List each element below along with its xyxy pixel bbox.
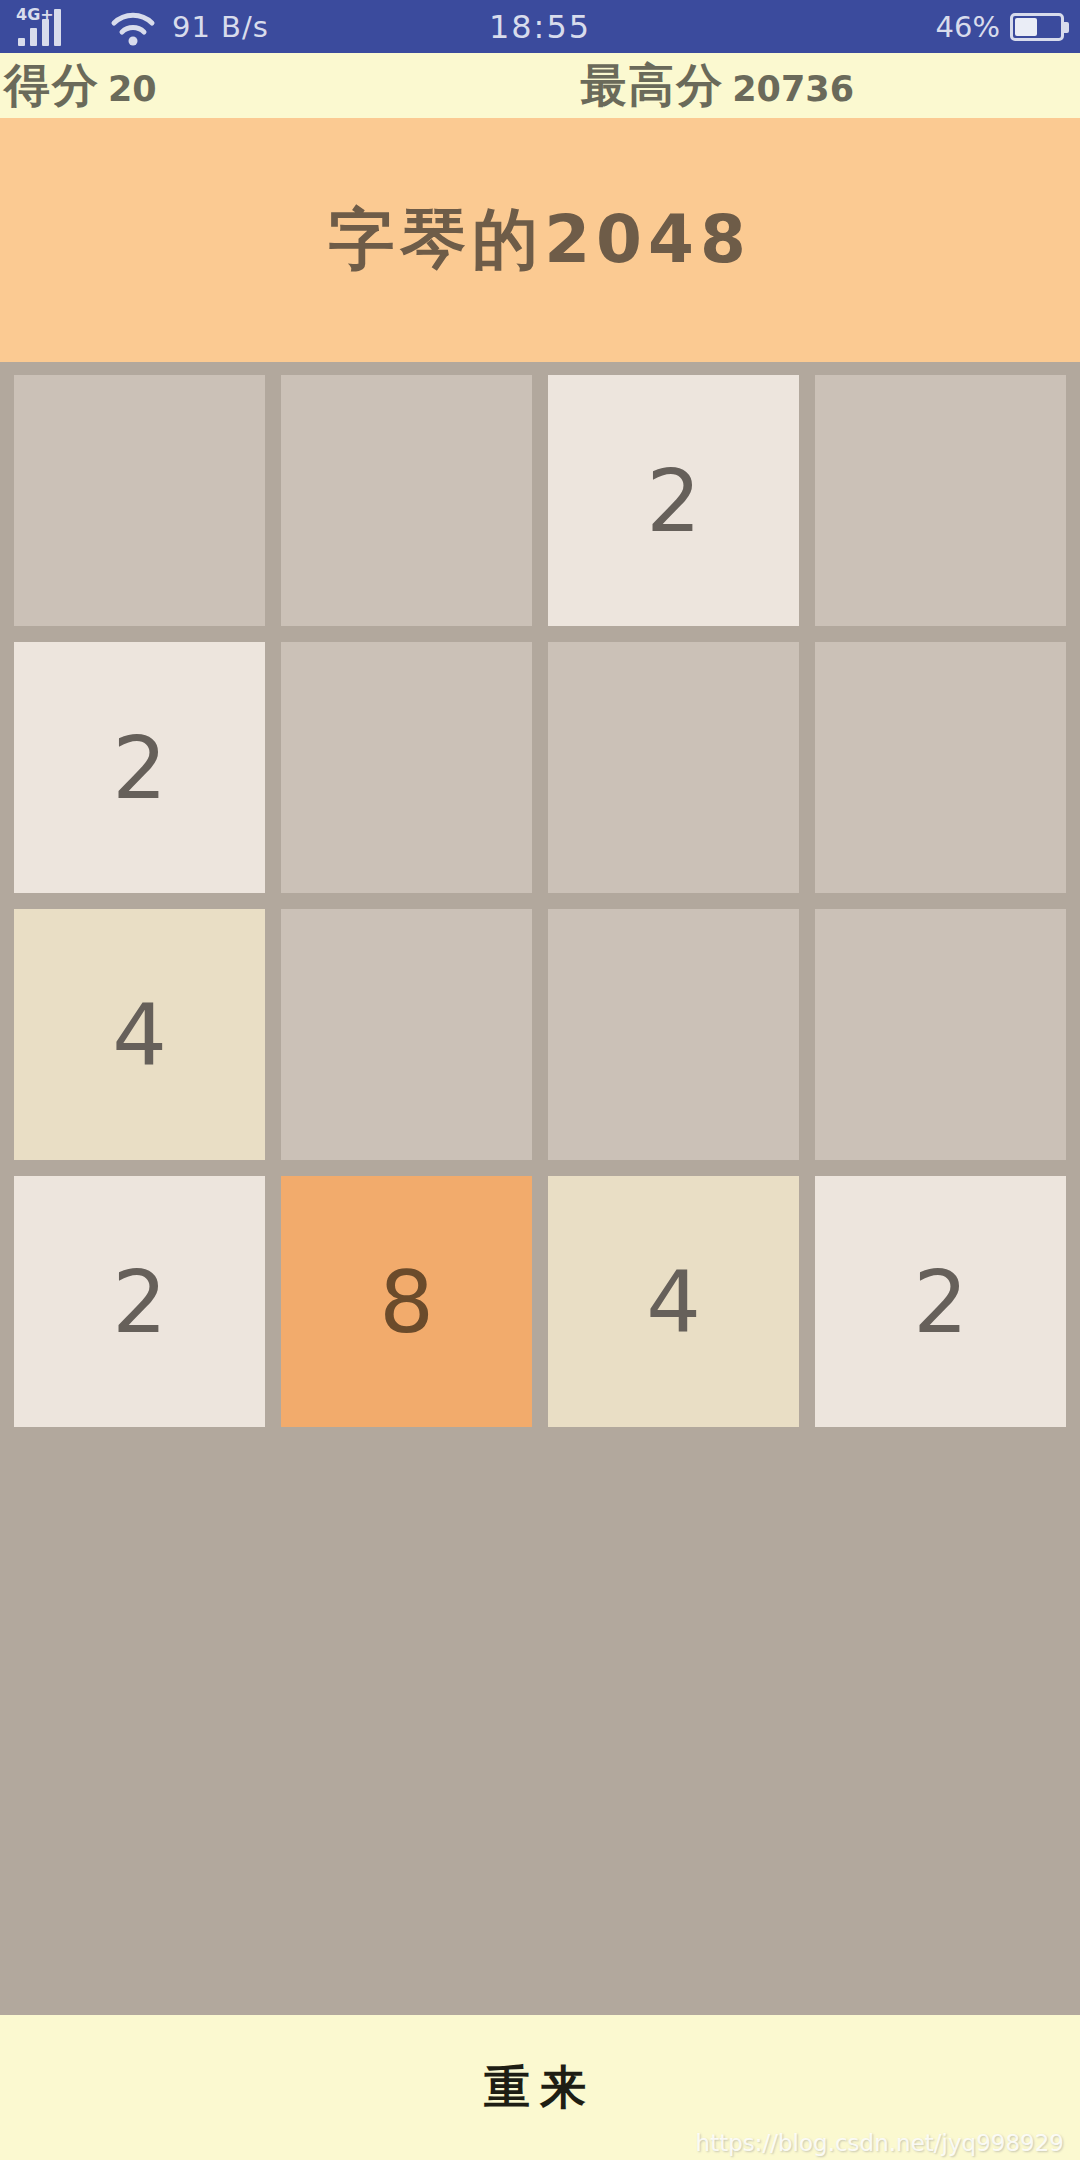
restart-button[interactable]: 重来 bbox=[484, 2057, 596, 2119]
tile-2-r1c3: 2 bbox=[548, 375, 799, 626]
cell-empty-r1c4 bbox=[815, 375, 1066, 626]
battery-fill bbox=[1015, 18, 1037, 36]
clock-time: 18:55 bbox=[0, 8, 1080, 46]
tile-4-r3c1: 4 bbox=[14, 909, 265, 1160]
app-title: 字琴的2048 bbox=[328, 195, 752, 285]
watermark-text: https://blog.csdn.net/jyq998929 bbox=[696, 2130, 1064, 2156]
score-bar: 得分 20 最高分 20736 bbox=[0, 53, 1080, 118]
best-score-value: 20736 bbox=[732, 69, 854, 109]
cell-empty-r2c3 bbox=[548, 642, 799, 893]
battery-percent-label: 46% bbox=[936, 10, 1000, 44]
title-banner: 字琴的2048 bbox=[0, 118, 1080, 362]
tile-2-r4c4: 2 bbox=[815, 1176, 1066, 1427]
game-board[interactable]: 2242842 bbox=[0, 362, 1080, 2015]
tile-4-r4c3: 4 bbox=[548, 1176, 799, 1427]
cell-empty-r1c2 bbox=[281, 375, 532, 626]
cell-empty-r2c4 bbox=[815, 642, 1066, 893]
tile-2-r4c1: 2 bbox=[14, 1176, 265, 1427]
footer-bar: 重来 https://blog.csdn.net/jyq998929 bbox=[0, 2015, 1080, 2160]
cell-empty-r1c1 bbox=[14, 375, 265, 626]
best-score: 最高分 20736 bbox=[580, 55, 854, 117]
battery-icon bbox=[1010, 13, 1064, 41]
tile-2-r2c1: 2 bbox=[14, 642, 265, 893]
best-score-label: 最高分 bbox=[580, 55, 724, 117]
tile-8-r4c2: 8 bbox=[281, 1176, 532, 1427]
cell-empty-r3c4 bbox=[815, 909, 1066, 1160]
status-bar: 4G+ 91 B/s 18:55 46% bbox=[0, 0, 1080, 53]
cell-empty-r2c2 bbox=[281, 642, 532, 893]
cell-empty-r3c2 bbox=[281, 909, 532, 1160]
cell-empty-r3c3 bbox=[548, 909, 799, 1160]
board-grid: 2242842 bbox=[0, 362, 1080, 1427]
score-label: 得分 bbox=[4, 55, 100, 117]
score-value: 20 bbox=[108, 69, 157, 109]
status-right-cluster: 46% bbox=[936, 10, 1064, 44]
battery-nub bbox=[1064, 22, 1069, 33]
current-score: 得分 20 bbox=[4, 55, 157, 117]
